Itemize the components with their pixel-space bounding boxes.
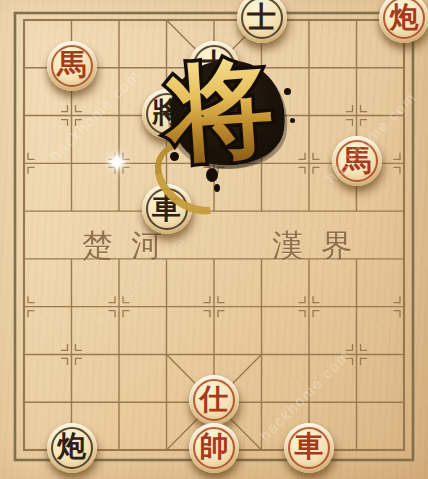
piece-red[interactable]: 仕: [189, 375, 239, 425]
piece-black[interactable]: 炮: [47, 423, 97, 473]
check-announcement: 将 将: [140, 52, 300, 202]
piece-glyph: 仕: [200, 385, 229, 414]
piece-red[interactable]: 帥: [189, 423, 239, 473]
piece-red[interactable]: 馬: [332, 136, 382, 186]
piece-glyph: 馬: [342, 146, 371, 175]
piece-glyph: 馬: [57, 50, 86, 79]
piece-glyph: 士: [247, 3, 276, 32]
xiangqi-game-screen: 楚河 漢界 士炮馬士將馬車仕炮帥車 ✦ ✦ 将 将 hackhome.com h…: [0, 0, 428, 479]
piece-glyph: 炮: [390, 3, 419, 32]
piece-red[interactable]: 馬: [47, 41, 97, 91]
piece-glyph: 帥: [200, 432, 229, 461]
piece-red[interactable]: 炮: [379, 0, 428, 43]
piece-glyph: 炮: [57, 432, 86, 461]
river-label-han-jie: 漢界: [272, 225, 370, 267]
piece-red[interactable]: 車: [284, 423, 334, 473]
piece-glyph: 車: [295, 432, 324, 461]
check-character: 将: [136, 49, 303, 171]
xiangqi-board[interactable]: 楚河 漢界 士炮馬士將馬車仕炮帥車 ✦ ✦ 将 将 hackhome.com h…: [0, 0, 428, 479]
